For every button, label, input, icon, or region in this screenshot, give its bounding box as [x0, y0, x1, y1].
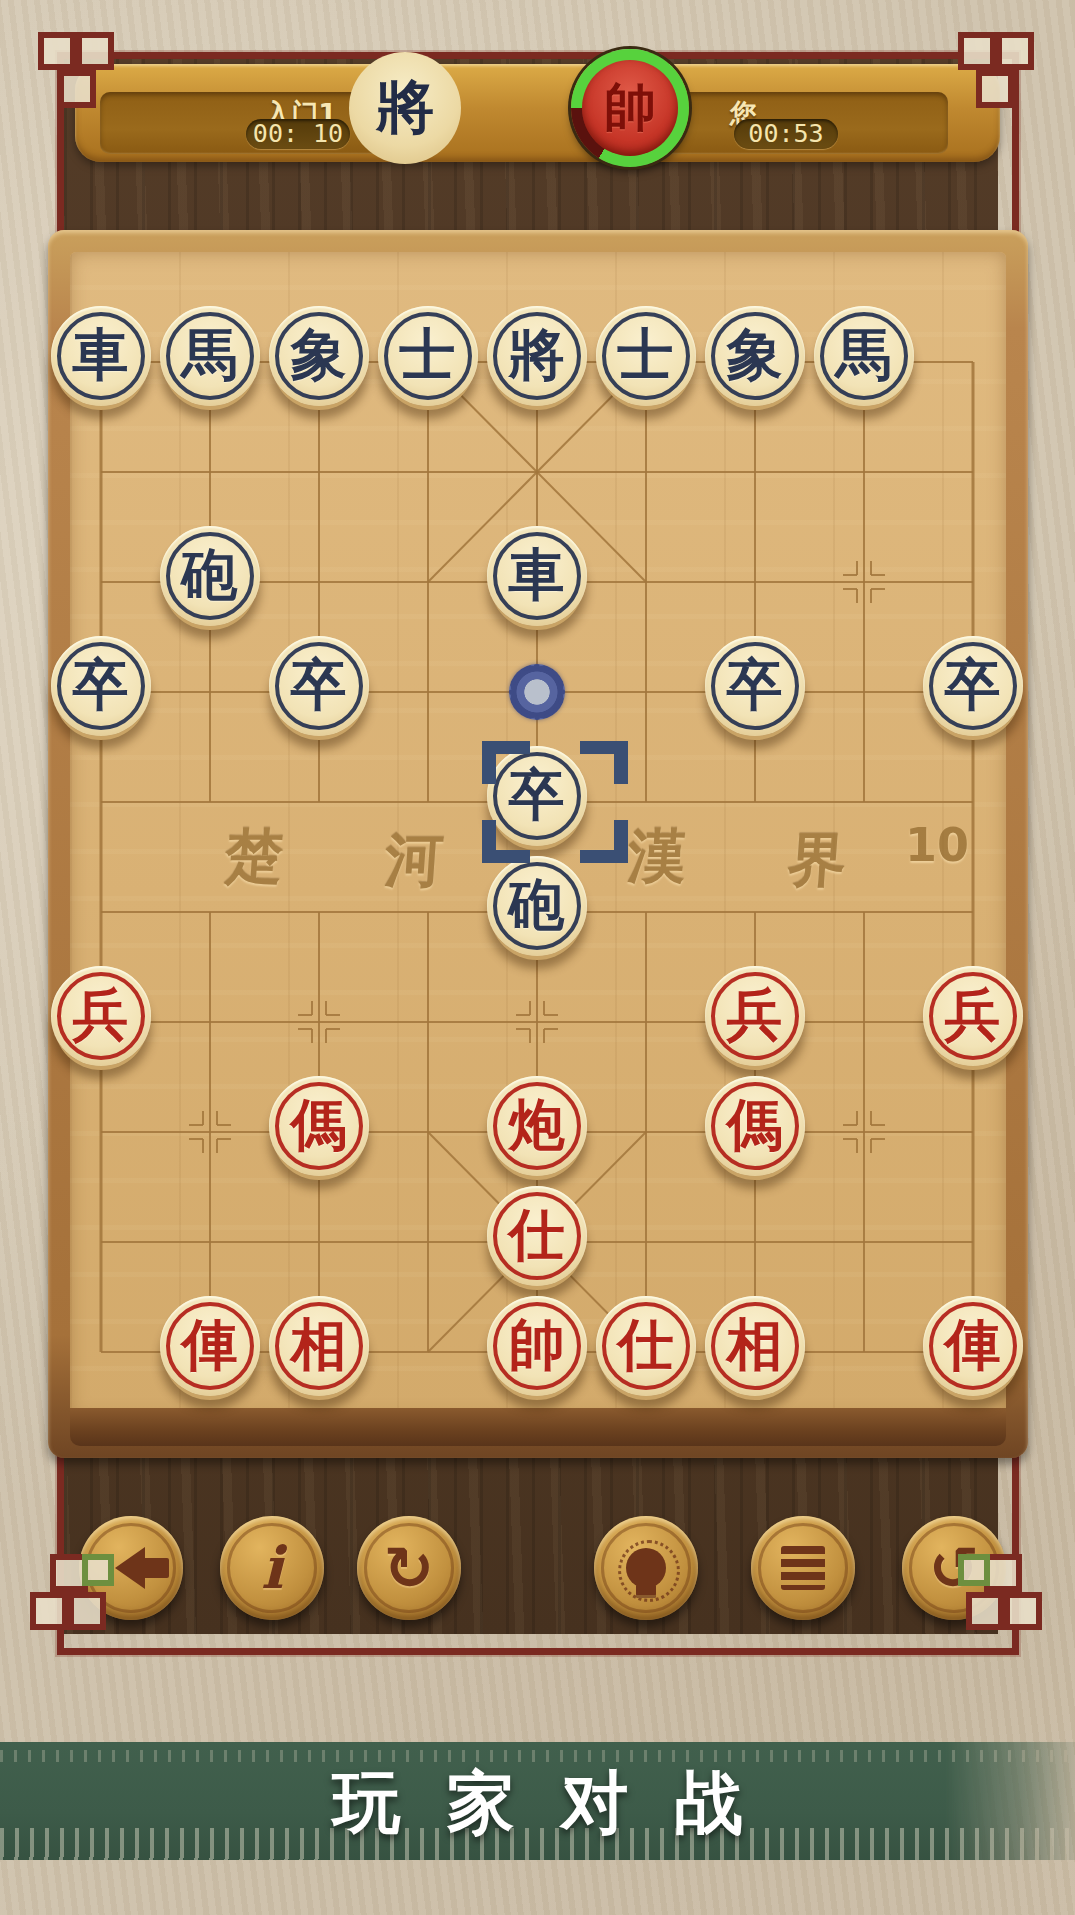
- piece-c10-象[interactable]: 象: [269, 306, 369, 406]
- piece-g4-兵[interactable]: 兵: [705, 966, 805, 1066]
- board-front-edge: [70, 1408, 1006, 1446]
- opponent-avatar: 將: [349, 52, 461, 164]
- corner-knot-ornament: [36, 30, 120, 114]
- restart-button[interactable]: ↻: [357, 1516, 461, 1620]
- piece-f10-士[interactable]: 士: [596, 306, 696, 406]
- piece-e3-炮[interactable]: 炮: [487, 1076, 587, 1176]
- black-general-glyph: 將: [376, 69, 434, 147]
- piece-c7-卒[interactable]: 卒: [269, 636, 369, 736]
- last-move-origin-marker: [509, 664, 565, 720]
- menu-bars-icon: [781, 1546, 825, 1590]
- piece-h10-馬[interactable]: 馬: [814, 306, 914, 406]
- hint-button[interactable]: [594, 1516, 698, 1620]
- lightbulb-icon: [626, 1548, 666, 1588]
- restart-icon: ↻: [384, 1533, 434, 1603]
- opponent-timer: 00: 10: [246, 119, 350, 149]
- xiangqi-game-screen: { "game": "xiangqi", "screen_title": "玩家…: [0, 0, 1075, 1915]
- piece-d10-士[interactable]: 士: [378, 306, 478, 406]
- red-general-glyph: 帥: [604, 73, 656, 143]
- menu-button[interactable]: [751, 1516, 855, 1620]
- opponent-panel: 入门1 00: 10: [100, 92, 392, 154]
- piece-c3-傌[interactable]: 傌: [269, 1076, 369, 1176]
- piece-a4-兵[interactable]: 兵: [51, 966, 151, 1066]
- piece-g3-傌[interactable]: 傌: [705, 1076, 805, 1176]
- corner-knot-ornament: [960, 1548, 1044, 1632]
- piece-c1-相[interactable]: 相: [269, 1296, 369, 1396]
- piece-a7-卒[interactable]: 卒: [51, 636, 151, 736]
- piece-e10-將[interactable]: 將: [487, 306, 587, 406]
- player-bar: 入门1 00: 10 您 00:53 將 帥: [75, 64, 1000, 162]
- piece-g7-卒[interactable]: 卒: [705, 636, 805, 736]
- piece-b1-俥[interactable]: 俥: [160, 1296, 260, 1396]
- info-button[interactable]: i: [220, 1516, 324, 1620]
- xiangqi-board[interactable]: 車馬象士將士象馬砲車卒卒卒卒卒砲兵兵兵傌炮傌仕俥相帥仕相俥: [46, 307, 1027, 1407]
- piece-i1-俥[interactable]: 俥: [923, 1296, 1023, 1396]
- piece-f1-仕[interactable]: 仕: [596, 1296, 696, 1396]
- piece-b8-砲[interactable]: 砲: [160, 526, 260, 626]
- piece-i7-卒[interactable]: 卒: [923, 636, 1023, 736]
- piece-e5-砲[interactable]: 砲: [487, 856, 587, 956]
- piece-g1-相[interactable]: 相: [705, 1296, 805, 1396]
- piece-b10-馬[interactable]: 馬: [160, 306, 260, 406]
- piece-g10-象[interactable]: 象: [705, 306, 805, 406]
- info-icon: i: [261, 1534, 283, 1602]
- piece-e1-帥[interactable]: 帥: [487, 1296, 587, 1396]
- you-avatar: 帥: [582, 60, 678, 156]
- selection-brackets: [482, 741, 628, 863]
- you-timer: 00:53: [734, 119, 838, 149]
- corner-knot-ornament: [28, 1548, 112, 1632]
- piece-e8-車[interactable]: 車: [487, 526, 587, 626]
- corner-knot-ornament: [952, 30, 1036, 114]
- mode-banner-text: 玩家对战: [0, 1758, 1075, 1849]
- piece-e2-仕[interactable]: 仕: [487, 1186, 587, 1286]
- piece-a10-車[interactable]: 車: [51, 306, 151, 406]
- piece-i4-兵[interactable]: 兵: [923, 966, 1023, 1066]
- turn-progress-ring: 帥: [571, 49, 689, 167]
